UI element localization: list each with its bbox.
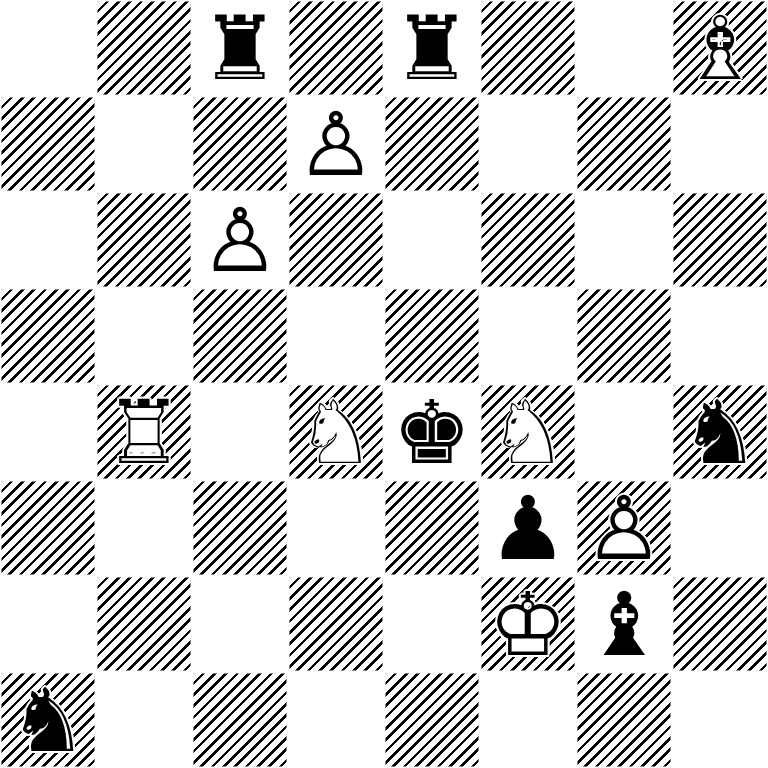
square-c4[interactable]	[192, 384, 288, 480]
square-e2[interactable]	[384, 576, 480, 672]
square-c1[interactable]	[192, 672, 288, 768]
square-a7[interactable]	[0, 96, 96, 192]
white-pawn-g3[interactable]: ♙	[576, 480, 672, 576]
square-g3[interactable]: ♟♙	[576, 480, 672, 576]
square-f3[interactable]: ♟♟	[480, 480, 576, 576]
square-a2[interactable]	[0, 576, 96, 672]
square-d1[interactable]	[288, 672, 384, 768]
square-f4[interactable]: ♞♘	[480, 384, 576, 480]
square-g1[interactable]	[576, 672, 672, 768]
square-a5[interactable]	[0, 288, 96, 384]
square-h5[interactable]	[672, 288, 768, 384]
square-h1[interactable]	[672, 672, 768, 768]
square-h2[interactable]	[672, 576, 768, 672]
square-c2[interactable]	[192, 576, 288, 672]
square-b1[interactable]	[96, 672, 192, 768]
square-c6[interactable]: ♟♙	[192, 192, 288, 288]
white-bishop-h8[interactable]: ♗	[672, 0, 768, 96]
square-a6[interactable]	[0, 192, 96, 288]
black-rook-e8[interactable]: ♜	[384, 0, 480, 96]
square-d3[interactable]	[288, 480, 384, 576]
black-rook-c8[interactable]: ♜	[192, 0, 288, 96]
square-b2[interactable]	[96, 576, 192, 672]
square-c5[interactable]	[192, 288, 288, 384]
square-d2[interactable]	[288, 576, 384, 672]
square-a4[interactable]	[0, 384, 96, 480]
white-rook-b4[interactable]: ♖	[96, 384, 192, 480]
square-h6[interactable]	[672, 192, 768, 288]
white-knight-d4[interactable]: ♘	[288, 384, 384, 480]
square-f5[interactable]	[480, 288, 576, 384]
square-b5[interactable]	[96, 288, 192, 384]
square-e8[interactable]: ♜♜	[384, 0, 480, 96]
square-f7[interactable]	[480, 96, 576, 192]
square-h8[interactable]: ♝♗	[672, 0, 768, 96]
square-e7[interactable]	[384, 96, 480, 192]
black-king-e4[interactable]: ♚	[384, 384, 480, 480]
square-d5[interactable]	[288, 288, 384, 384]
square-h4[interactable]: ♞♞	[672, 384, 768, 480]
square-g2[interactable]: ♝♝	[576, 576, 672, 672]
square-g8[interactable]	[576, 0, 672, 96]
square-e5[interactable]	[384, 288, 480, 384]
square-a8[interactable]	[0, 0, 96, 96]
square-e6[interactable]	[384, 192, 480, 288]
black-bishop-g2[interactable]: ♝	[576, 576, 672, 672]
square-d8[interactable]	[288, 0, 384, 96]
square-b3[interactable]	[96, 480, 192, 576]
square-g5[interactable]	[576, 288, 672, 384]
square-a1[interactable]: ♞♞	[0, 672, 96, 768]
square-c3[interactable]	[192, 480, 288, 576]
square-d7[interactable]: ♟♙	[288, 96, 384, 192]
square-b8[interactable]	[96, 0, 192, 96]
square-b4[interactable]: ♜♖	[96, 384, 192, 480]
black-knight-h4[interactable]: ♞	[672, 384, 768, 480]
square-f1[interactable]	[480, 672, 576, 768]
square-f8[interactable]	[480, 0, 576, 96]
white-pawn-d7[interactable]: ♙	[288, 96, 384, 192]
white-pawn-c6[interactable]: ♙	[192, 192, 288, 288]
square-h3[interactable]	[672, 480, 768, 576]
black-knight-a1[interactable]: ♞	[0, 672, 96, 768]
square-c8[interactable]: ♜♜	[192, 0, 288, 96]
chess-board: ♜♜♜♜♝♗♟♙♟♙♜♖♞♘♚♚♞♘♞♞♟♟♟♙♚♔♝♝♞♞	[0, 0, 768, 768]
square-d6[interactable]	[288, 192, 384, 288]
square-d4[interactable]: ♞♘	[288, 384, 384, 480]
square-a3[interactable]	[0, 480, 96, 576]
square-e1[interactable]	[384, 672, 480, 768]
square-f2[interactable]: ♚♔	[480, 576, 576, 672]
white-king-f2[interactable]: ♔	[480, 576, 576, 672]
square-c7[interactable]	[192, 96, 288, 192]
square-e4[interactable]: ♚♚	[384, 384, 480, 480]
square-g6[interactable]	[576, 192, 672, 288]
square-g4[interactable]	[576, 384, 672, 480]
black-pawn-f3[interactable]: ♟	[480, 480, 576, 576]
square-e3[interactable]	[384, 480, 480, 576]
square-f6[interactable]	[480, 192, 576, 288]
square-b6[interactable]	[96, 192, 192, 288]
white-knight-f4[interactable]: ♘	[480, 384, 576, 480]
square-b7[interactable]	[96, 96, 192, 192]
square-h7[interactable]	[672, 96, 768, 192]
square-g7[interactable]	[576, 96, 672, 192]
